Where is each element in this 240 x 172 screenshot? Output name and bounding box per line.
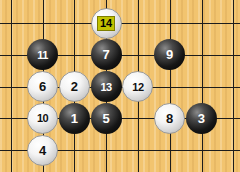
board-intersection: 14 — [90, 7, 122, 39]
board-intersection — [58, 134, 90, 166]
board-intersection — [122, 134, 154, 166]
stone-black-13: 13 — [91, 71, 122, 102]
board-intersection — [0, 103, 27, 135]
stone-black-7: 7 — [91, 39, 122, 70]
stone-white-6: 6 — [27, 71, 58, 102]
board-intersection: 12 — [122, 71, 154, 103]
board-intersections: 1411796213121015834 — [0, 7, 240, 165]
board-intersection — [217, 134, 240, 166]
board-intersection: 6 — [27, 71, 59, 103]
board-intersection — [154, 71, 186, 103]
board-intersection — [154, 7, 186, 39]
board-intersection: 5 — [90, 103, 122, 135]
board-intersection — [0, 71, 27, 103]
stone-white-2: 2 — [59, 71, 90, 102]
board-intersection — [217, 7, 240, 39]
board-intersection — [58, 7, 90, 39]
stone-black-5: 5 — [91, 103, 122, 134]
stone-black-3: 3 — [186, 103, 217, 134]
board-intersection: 10 — [27, 103, 59, 135]
board-intersection — [122, 103, 154, 135]
board-intersection — [186, 39, 218, 71]
board-intersection: 8 — [154, 103, 186, 135]
go-board: 1411796213121015834 — [0, 0, 240, 172]
board-intersection — [217, 103, 240, 135]
board-intersection — [122, 7, 154, 39]
board-intersection — [217, 71, 240, 103]
stone-white-4: 4 — [27, 135, 58, 166]
board-intersection — [0, 134, 27, 166]
board-intersection — [0, 7, 27, 39]
board-intersection — [90, 134, 122, 166]
stone-white-10: 10 — [27, 103, 58, 134]
board-intersection: 2 — [58, 71, 90, 103]
board-intersection — [186, 7, 218, 39]
stone-white-8: 8 — [154, 103, 185, 134]
board-intersection — [122, 39, 154, 71]
board-intersection: 7 — [90, 39, 122, 71]
board-intersection: 11 — [27, 39, 59, 71]
board-intersection — [0, 39, 27, 71]
stone-white-12: 12 — [122, 71, 153, 102]
board-intersection — [186, 134, 218, 166]
board-intersection: 3 — [186, 103, 218, 135]
stone-white-14: 14 — [91, 8, 122, 39]
board-intersection — [58, 39, 90, 71]
board-intersection — [27, 7, 59, 39]
board-intersection: 1 — [58, 103, 90, 135]
board-intersection — [217, 39, 240, 71]
board-intersection: 13 — [90, 71, 122, 103]
board-intersection — [186, 71, 218, 103]
board-intersection — [154, 134, 186, 166]
stone-black-1: 1 — [59, 103, 90, 134]
stone-black-9: 9 — [154, 39, 185, 70]
board-intersection: 4 — [27, 134, 59, 166]
highlighted-move-number: 14 — [97, 16, 115, 31]
stone-black-11: 11 — [27, 39, 58, 70]
board-intersection: 9 — [154, 39, 186, 71]
